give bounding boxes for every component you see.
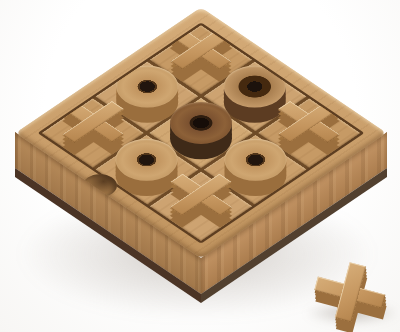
photo-background bbox=[0, 0, 400, 332]
